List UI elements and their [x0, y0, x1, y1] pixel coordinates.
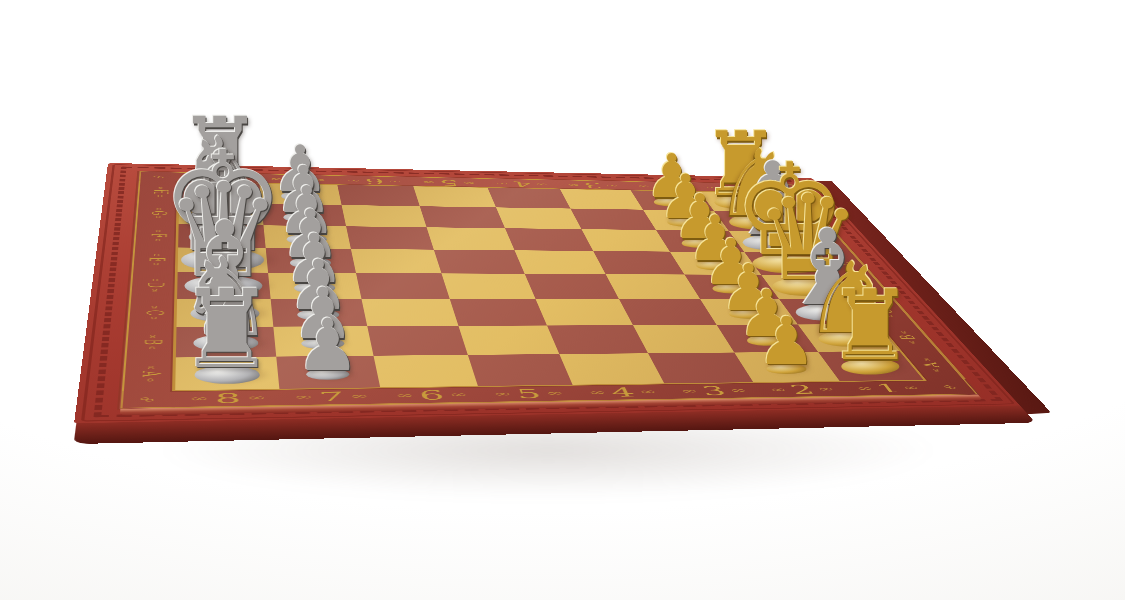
- square-f6[interactable]: [346, 226, 434, 249]
- square-b6[interactable]: [367, 326, 468, 356]
- square-a4[interactable]: [559, 353, 664, 384]
- square-e6[interactable]: [351, 249, 442, 273]
- square-c6[interactable]: [361, 299, 458, 326]
- piece-black-pawn-a7[interactable]: ♟: [296, 311, 360, 379]
- square-b4[interactable]: [547, 325, 648, 354]
- piece-black-rook-a8[interactable]: ♜: [178, 278, 275, 381]
- square-g3[interactable]: [570, 209, 656, 230]
- pawn-icon: ♟: [757, 310, 816, 373]
- square-g4[interactable]: [496, 207, 581, 229]
- square-c4[interactable]: [535, 299, 633, 326]
- piece-white-pawn-a2[interactable]: ♟: [757, 310, 816, 373]
- square-e5[interactable]: [434, 250, 525, 274]
- square-f4[interactable]: [505, 228, 593, 251]
- chess-photo-scene: ∞8∞∞7∞∞6∞∞5∞∞4∞∞3∞∞2∞∞1∞ ∞8∞∞7∞∞6∞∞5∞∞4∞…: [0, 0, 1125, 600]
- square-a6[interactable]: [374, 355, 478, 388]
- square-g6[interactable]: [342, 205, 427, 227]
- rook-icon: ♜: [827, 280, 914, 372]
- square-h6[interactable]: [337, 185, 419, 206]
- square-h3[interactable]: [560, 189, 643, 210]
- square-c5[interactable]: [450, 299, 547, 326]
- square-f3[interactable]: [581, 229, 669, 251]
- square-a5[interactable]: [468, 354, 573, 386]
- rook-icon: ♜: [178, 278, 275, 381]
- pawn-icon: ♟: [296, 311, 360, 379]
- square-h4[interactable]: [488, 188, 571, 209]
- square-h5[interactable]: [413, 186, 496, 207]
- square-e4[interactable]: [515, 250, 606, 274]
- square-d5[interactable]: [441, 273, 535, 298]
- piece-white-rook-a1[interactable]: ♜: [827, 280, 914, 372]
- square-b5[interactable]: [458, 325, 559, 354]
- square-g5[interactable]: [420, 206, 505, 228]
- square-f5[interactable]: [427, 227, 515, 250]
- square-d6[interactable]: [356, 273, 450, 299]
- square-d4[interactable]: [525, 274, 619, 299]
